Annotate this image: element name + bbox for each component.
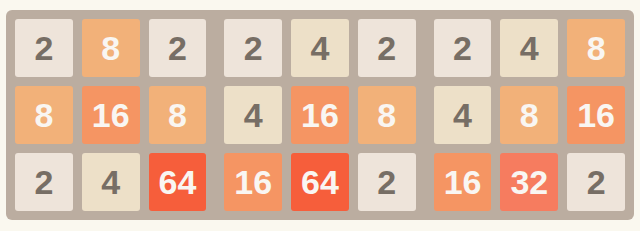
tile-8: 8 xyxy=(149,86,207,144)
tile-4: 4 xyxy=(82,153,140,211)
tile-64: 64 xyxy=(291,153,349,211)
tile-8: 8 xyxy=(358,86,416,144)
board-3: 248481616322 xyxy=(425,10,634,220)
tile-4: 4 xyxy=(434,86,492,144)
tile-4: 4 xyxy=(500,19,558,77)
game-board: 28281682464 242416816642 248481616322 xyxy=(6,10,634,220)
tile-16: 16 xyxy=(82,86,140,144)
tile-16: 16 xyxy=(434,153,492,211)
board-2: 242416816642 xyxy=(215,10,424,220)
tile-2: 2 xyxy=(567,153,625,211)
page-background: 28281682464 242416816642 248481616322 xyxy=(0,0,640,231)
tile-16: 16 xyxy=(567,86,625,144)
tile-4: 4 xyxy=(224,86,282,144)
tile-16: 16 xyxy=(224,153,282,211)
tile-2: 2 xyxy=(358,153,416,211)
tile-2: 2 xyxy=(434,19,492,77)
tile-2: 2 xyxy=(358,19,416,77)
tile-8: 8 xyxy=(567,19,625,77)
tile-2: 2 xyxy=(15,153,73,211)
tile-2: 2 xyxy=(15,19,73,77)
tile-2: 2 xyxy=(224,19,282,77)
tile-16: 16 xyxy=(291,86,349,144)
tile-2: 2 xyxy=(149,19,207,77)
board-1: 28281682464 xyxy=(6,10,215,220)
tile-4: 4 xyxy=(291,19,349,77)
tile-8: 8 xyxy=(15,86,73,144)
tile-8: 8 xyxy=(82,19,140,77)
tile-64: 64 xyxy=(149,153,207,211)
tile-8: 8 xyxy=(500,86,558,144)
tile-32: 32 xyxy=(500,153,558,211)
